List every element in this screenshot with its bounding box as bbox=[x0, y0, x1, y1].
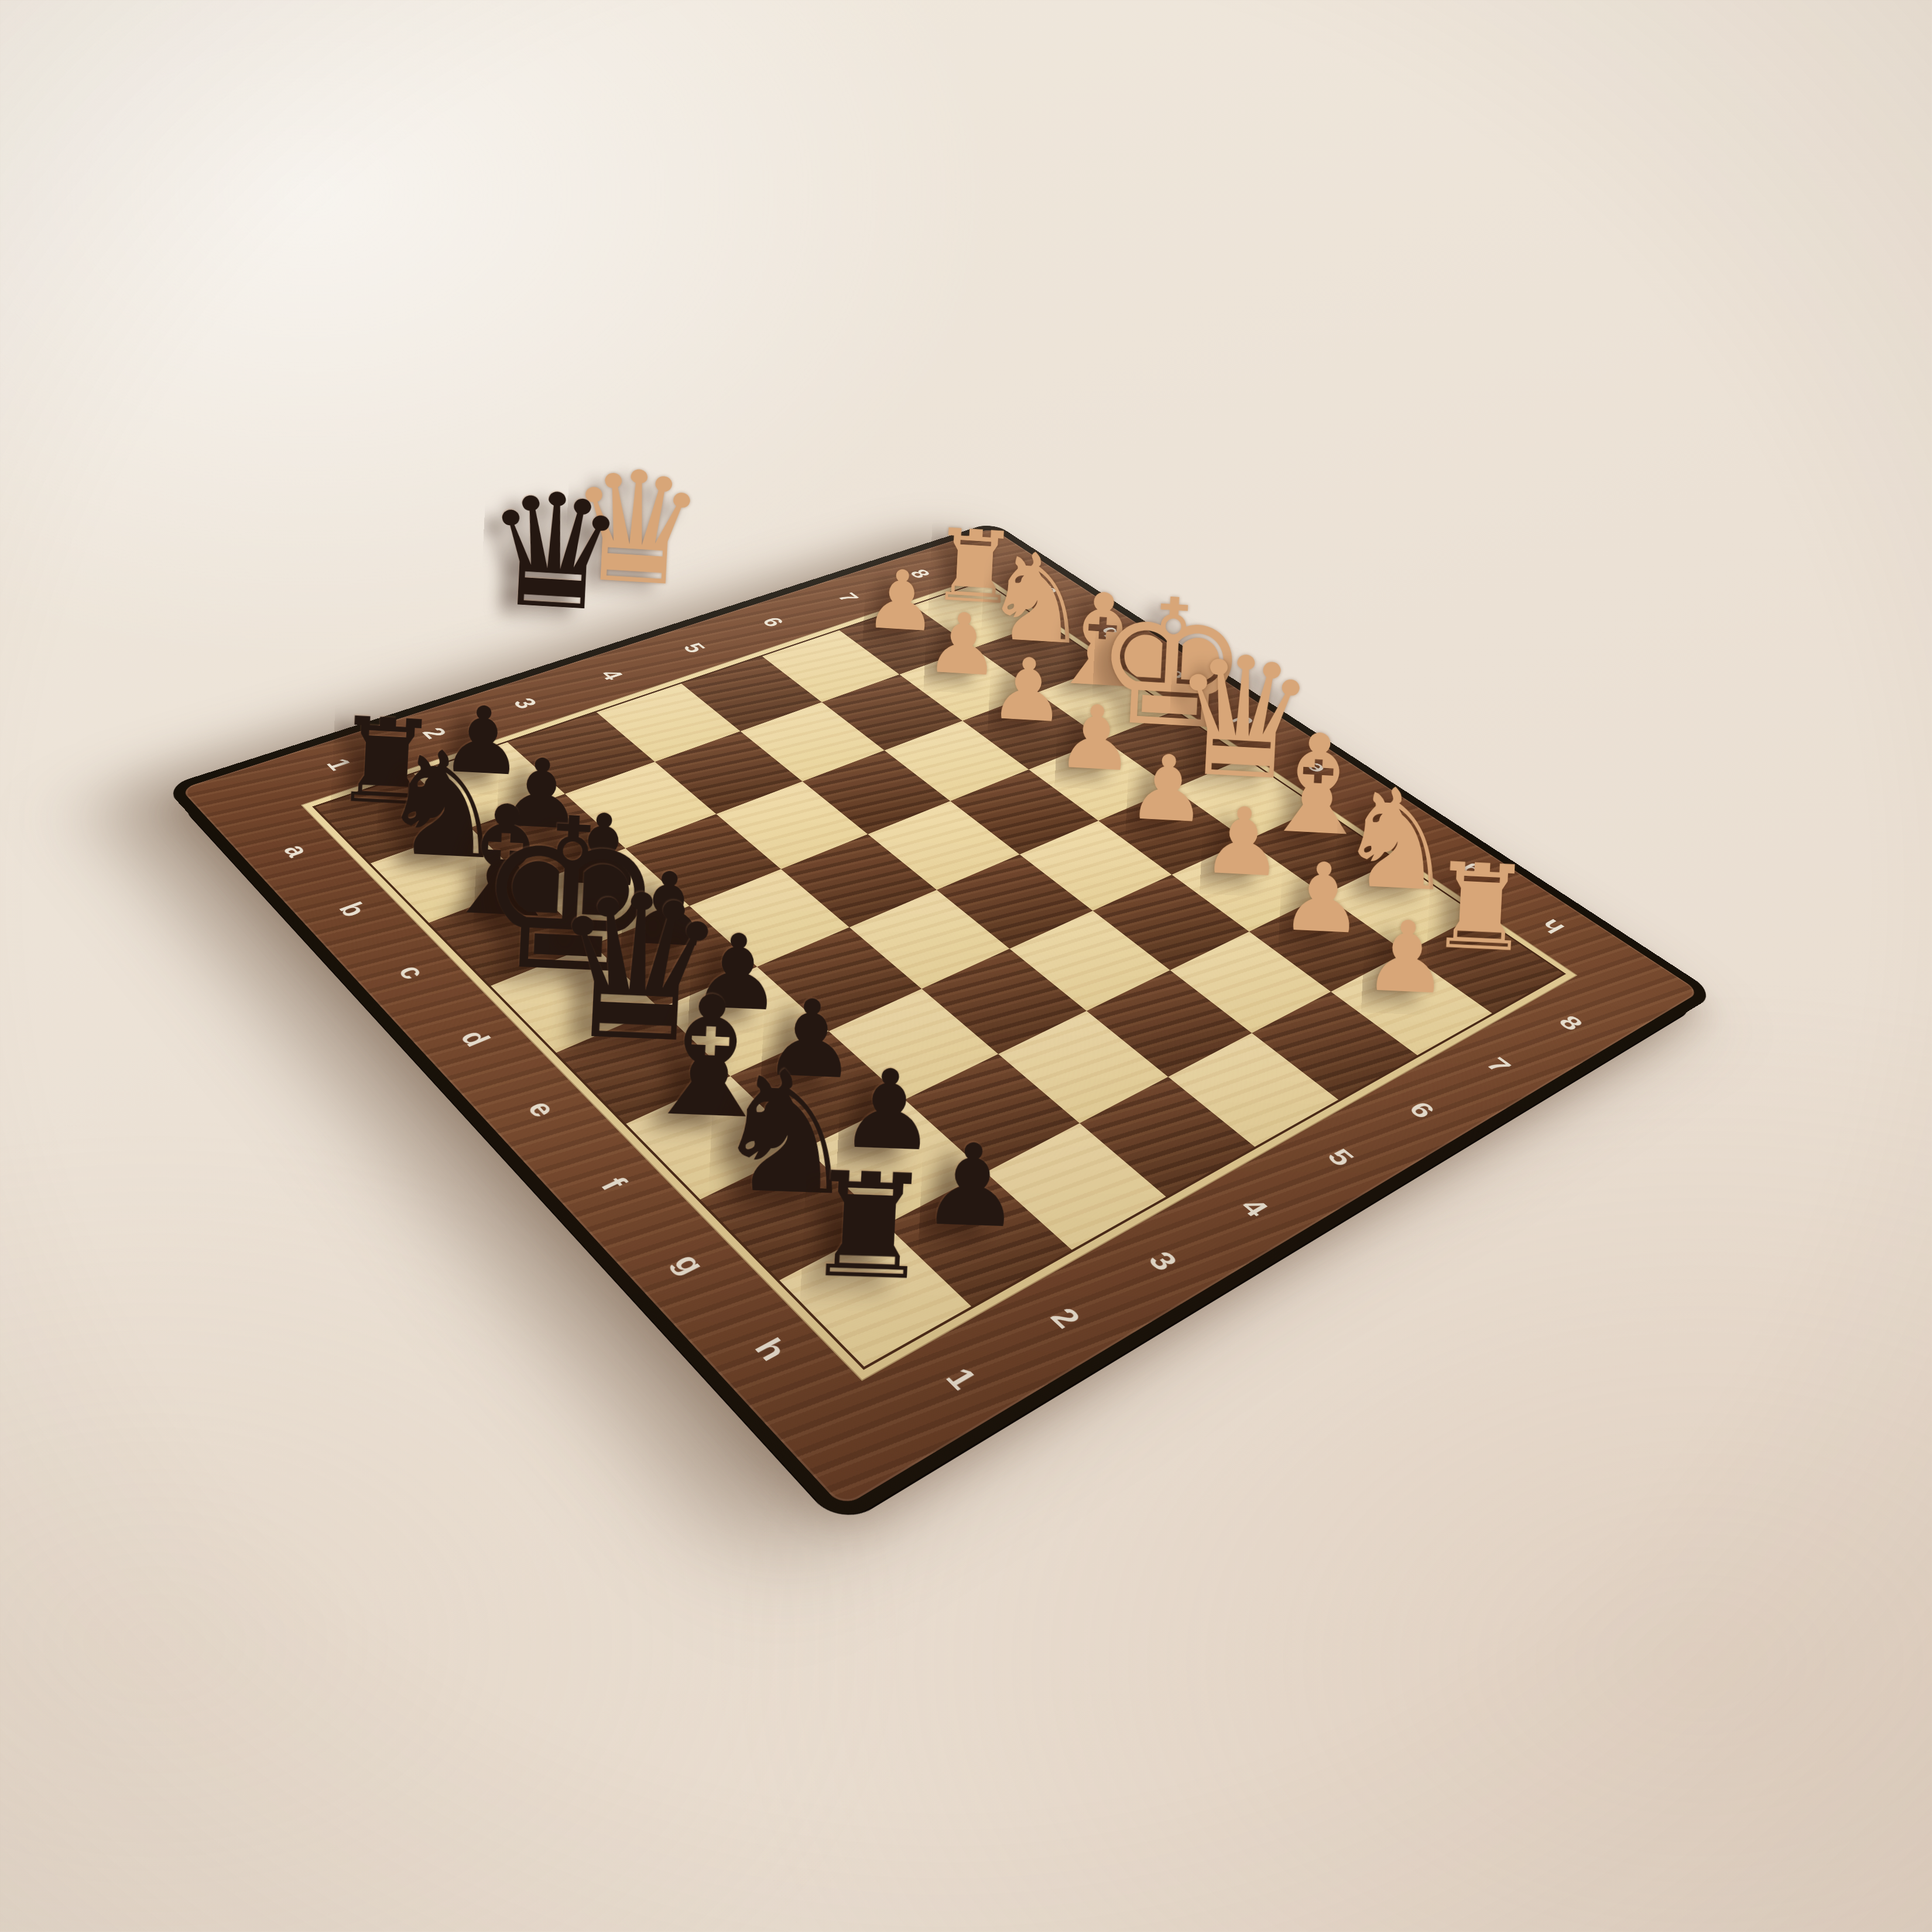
spare-black-queen[interactable]: ♛ bbox=[479, 469, 629, 635]
photo-scene: abcdefgh abcdefgh 87654321 87654321 ♜♟♞♛… bbox=[0, 0, 1932, 1932]
white-pawn-g7[interactable]: ♟ bbox=[1279, 848, 1367, 948]
perspective-wrapper: abcdefgh abcdefgh 87654321 87654321 ♜♟♞♛… bbox=[0, 0, 1932, 1932]
white-pawn-h7[interactable]: ♟ bbox=[1361, 906, 1452, 1008]
chess-board: abcdefgh abcdefgh 87654321 87654321 ♜♟♞♛… bbox=[164, 522, 1717, 1526]
black-rook-h1[interactable]: ♜ bbox=[800, 1152, 937, 1301]
